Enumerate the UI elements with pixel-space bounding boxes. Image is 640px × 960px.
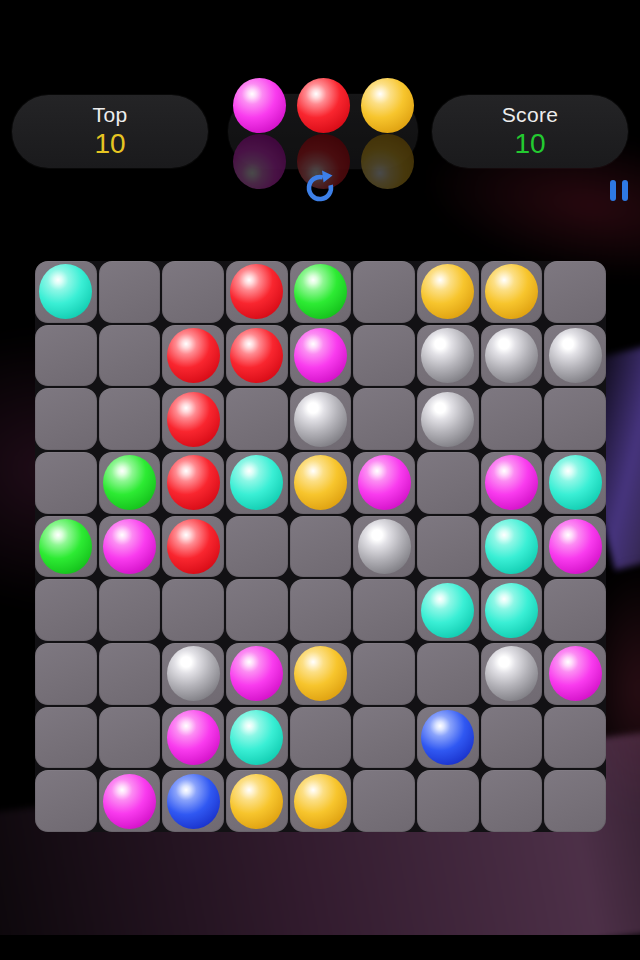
silver-ball[interactable] [485, 646, 538, 701]
board-cell[interactable] [99, 516, 161, 578]
next-balls-row [233, 78, 414, 133]
board-cell[interactable] [417, 261, 479, 323]
cyan-ball[interactable] [39, 264, 92, 319]
board-cell[interactable] [226, 261, 288, 323]
next-ball-reflection-yellow [361, 134, 414, 189]
board-cell[interactable] [544, 643, 606, 705]
board-cell[interactable] [35, 516, 97, 578]
board-cell[interactable] [162, 643, 224, 705]
board-cell[interactable] [481, 707, 543, 769]
board-cell[interactable] [417, 516, 479, 578]
pause-button[interactable] [610, 180, 632, 201]
yellow-ball[interactable] [294, 774, 347, 829]
magenta-ball[interactable] [549, 646, 602, 701]
game-board[interactable] [35, 261, 606, 832]
board-cell[interactable] [99, 452, 161, 514]
magenta-ball[interactable] [485, 455, 538, 510]
board-cell[interactable] [162, 261, 224, 323]
yellow-ball[interactable] [294, 455, 347, 510]
board-cell[interactable] [162, 770, 224, 832]
top-label: Top [93, 104, 128, 126]
board-cell[interactable] [353, 770, 415, 832]
magenta-ball[interactable] [103, 774, 156, 829]
red-ball[interactable] [230, 264, 283, 319]
board-cell[interactable] [162, 707, 224, 769]
board-cell[interactable] [226, 579, 288, 641]
silver-ball[interactable] [358, 519, 411, 574]
board-cell[interactable] [99, 261, 161, 323]
silver-ball[interactable] [421, 392, 474, 447]
bottom-black-strip [0, 935, 640, 960]
board-cell[interactable] [226, 388, 288, 450]
board-cell[interactable] [162, 452, 224, 514]
red-ball[interactable] [167, 328, 220, 383]
magenta-ball[interactable] [294, 328, 347, 383]
board-cell[interactable] [417, 579, 479, 641]
board-cell[interactable] [353, 579, 415, 641]
board-cell[interactable] [290, 643, 352, 705]
board-cell[interactable] [99, 770, 161, 832]
board-cell[interactable] [35, 579, 97, 641]
red-ball[interactable] [230, 328, 283, 383]
board-cell[interactable] [544, 516, 606, 578]
board-cell[interactable] [353, 516, 415, 578]
blue-ball[interactable] [421, 710, 474, 765]
board-cell[interactable] [417, 707, 479, 769]
cyan-ball[interactable] [230, 710, 283, 765]
red-ball[interactable] [167, 519, 220, 574]
cyan-ball[interactable] [549, 455, 602, 510]
green-ball[interactable] [294, 264, 347, 319]
blue-ball[interactable] [167, 774, 220, 829]
board-cell[interactable] [226, 643, 288, 705]
magenta-ball[interactable] [103, 519, 156, 574]
magenta-ball[interactable] [549, 519, 602, 574]
board-cell[interactable] [353, 388, 415, 450]
board-cell[interactable] [481, 579, 543, 641]
board-cell[interactable] [226, 516, 288, 578]
board-cell[interactable] [226, 452, 288, 514]
board-cell[interactable] [544, 707, 606, 769]
green-ball[interactable] [39, 519, 92, 574]
yellow-ball[interactable] [485, 264, 538, 319]
game-screen: Top 10 Score 10 [0, 0, 640, 960]
top-value: 10 [94, 129, 125, 159]
board-cell[interactable] [290, 579, 352, 641]
board-cell[interactable] [544, 452, 606, 514]
board-cell[interactable] [290, 388, 352, 450]
board-cell[interactable] [417, 770, 479, 832]
cyan-ball[interactable] [485, 583, 538, 638]
board-cell[interactable] [162, 325, 224, 387]
red-ball[interactable] [167, 392, 220, 447]
board-cell[interactable] [353, 261, 415, 323]
board-cell[interactable] [353, 643, 415, 705]
board-cell[interactable] [417, 388, 479, 450]
score-value: 10 [514, 129, 545, 159]
board-cell[interactable] [226, 707, 288, 769]
red-ball[interactable] [167, 455, 220, 510]
board-cell[interactable] [544, 261, 606, 323]
board-cell[interactable] [99, 579, 161, 641]
board-cell[interactable] [99, 325, 161, 387]
silver-ball[interactable] [167, 646, 220, 701]
yellow-ball[interactable] [230, 774, 283, 829]
magenta-ball[interactable] [167, 710, 220, 765]
score-label: Score [502, 104, 558, 126]
board-cell[interactable] [544, 579, 606, 641]
board-cell[interactable] [290, 770, 352, 832]
board-cell[interactable] [290, 325, 352, 387]
board-cell[interactable] [481, 770, 543, 832]
board-cell[interactable] [99, 643, 161, 705]
next-ball-reflection-magenta [233, 134, 286, 189]
board-cell[interactable] [481, 452, 543, 514]
board-cell[interactable] [353, 707, 415, 769]
board-cell[interactable] [417, 452, 479, 514]
board-cell[interactable] [481, 261, 543, 323]
next-ball-red [297, 78, 350, 133]
board-cell[interactable] [35, 261, 97, 323]
next-ball-magenta [233, 78, 286, 133]
board-cell[interactable] [290, 516, 352, 578]
board-cell[interactable] [417, 325, 479, 387]
silver-ball[interactable] [294, 392, 347, 447]
silver-ball[interactable] [485, 328, 538, 383]
board-cell[interactable] [162, 388, 224, 450]
board-cell[interactable] [35, 388, 97, 450]
green-ball[interactable] [103, 455, 156, 510]
silver-ball[interactable] [421, 328, 474, 383]
yellow-ball[interactable] [421, 264, 474, 319]
board-cell[interactable] [162, 579, 224, 641]
yellow-ball[interactable] [294, 646, 347, 701]
board-cell[interactable] [35, 707, 97, 769]
magenta-ball[interactable] [230, 646, 283, 701]
board-cell[interactable] [353, 325, 415, 387]
board-cell[interactable] [290, 452, 352, 514]
board-cell[interactable] [35, 770, 97, 832]
next-balls-panel [228, 94, 418, 169]
pause-icon [622, 180, 628, 201]
board-cell[interactable] [481, 325, 543, 387]
score-panel: Score 10 [432, 95, 628, 168]
board-cell[interactable] [290, 707, 352, 769]
undo-button[interactable] [302, 169, 338, 205]
board-cell[interactable] [162, 516, 224, 578]
cyan-ball[interactable] [230, 455, 283, 510]
board-cell[interactable] [417, 643, 479, 705]
cyan-ball[interactable] [485, 519, 538, 574]
board-cell[interactable] [35, 325, 97, 387]
cyan-ball[interactable] [421, 583, 474, 638]
board-cell[interactable] [544, 388, 606, 450]
board-cell[interactable] [99, 707, 161, 769]
board-cell[interactable] [481, 388, 543, 450]
board-cell[interactable] [353, 452, 415, 514]
pause-icon [610, 180, 616, 201]
magenta-ball[interactable] [358, 455, 411, 510]
undo-icon [302, 169, 338, 205]
board-cell[interactable] [226, 770, 288, 832]
board-cell[interactable] [226, 325, 288, 387]
board-cell[interactable] [290, 261, 352, 323]
board-cell[interactable] [481, 516, 543, 578]
top-score-panel: Top 10 [12, 95, 208, 168]
board-cell[interactable] [544, 325, 606, 387]
board-cell[interactable] [544, 770, 606, 832]
board-cell[interactable] [99, 388, 161, 450]
next-ball-yellow [361, 78, 414, 133]
board-cell[interactable] [35, 452, 97, 514]
board-cell[interactable] [481, 643, 543, 705]
silver-ball[interactable] [549, 328, 602, 383]
board-cell[interactable] [35, 643, 97, 705]
